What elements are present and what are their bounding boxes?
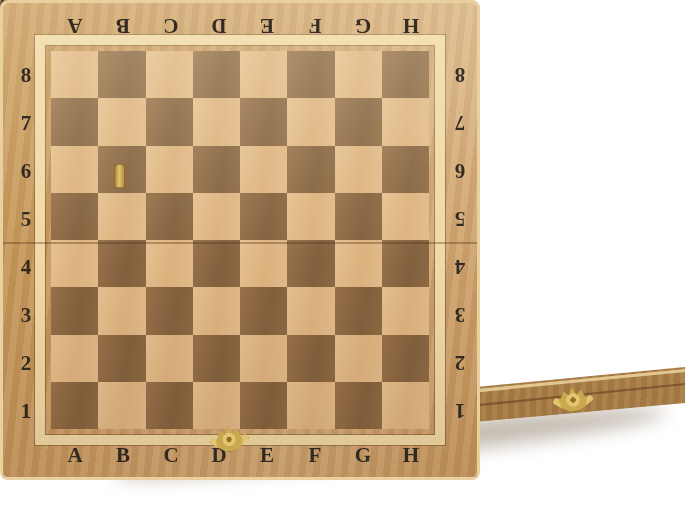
square-e1[interactable] xyxy=(240,382,287,429)
file-label-bottom-E: E xyxy=(247,444,287,466)
file-label-bottom-H: H xyxy=(391,444,431,466)
square-h4[interactable] xyxy=(382,240,429,287)
square-b4[interactable] xyxy=(98,240,145,287)
square-b3[interactable] xyxy=(98,287,145,334)
rank-label-right-5: 5 xyxy=(440,208,480,230)
square-c1[interactable] xyxy=(146,382,193,429)
square-g4[interactable] xyxy=(335,240,382,287)
square-f2[interactable] xyxy=(287,335,334,382)
square-e4[interactable] xyxy=(240,240,287,287)
square-f1[interactable] xyxy=(287,382,334,429)
square-h8[interactable] xyxy=(382,51,429,98)
square-d4[interactable] xyxy=(193,240,240,287)
square-g5[interactable] xyxy=(335,193,382,240)
file-label-top-D: D xyxy=(199,15,239,37)
square-f4[interactable] xyxy=(287,240,334,287)
square-d1[interactable] xyxy=(193,382,240,429)
square-h5[interactable] xyxy=(382,193,429,240)
square-e2[interactable] xyxy=(240,335,287,382)
file-label-bottom-F: F xyxy=(295,444,335,466)
file-label-bottom-A: A xyxy=(55,444,95,466)
square-g7[interactable] xyxy=(335,98,382,145)
square-c6[interactable] xyxy=(146,146,193,193)
file-label-top-C: C xyxy=(151,15,191,37)
square-a2[interactable] xyxy=(51,335,98,382)
square-f6[interactable] xyxy=(287,146,334,193)
square-c2[interactable] xyxy=(146,335,193,382)
square-g6[interactable] xyxy=(335,146,382,193)
square-g3[interactable] xyxy=(335,287,382,334)
square-a1[interactable] xyxy=(51,382,98,429)
rank-label-right-3: 3 xyxy=(440,304,480,326)
file-label-bottom-C: C xyxy=(151,444,191,466)
square-a4[interactable] xyxy=(51,240,98,287)
square-c4[interactable] xyxy=(146,240,193,287)
rank-label-right-2: 2 xyxy=(440,352,480,374)
file-label-top-H: H xyxy=(391,15,431,37)
file-label-top-F: F xyxy=(295,15,335,37)
square-a6[interactable] xyxy=(51,146,98,193)
square-c7[interactable] xyxy=(146,98,193,145)
square-h6[interactable] xyxy=(382,146,429,193)
file-label-top-B: B xyxy=(103,15,143,37)
square-g8[interactable] xyxy=(335,51,382,98)
square-b8[interactable] xyxy=(98,51,145,98)
rank-label-right-8: 8 xyxy=(440,64,480,86)
rank-label-right-1: 1 xyxy=(440,400,480,422)
square-f5[interactable] xyxy=(287,193,334,240)
square-h7[interactable] xyxy=(382,98,429,145)
file-label-top-A: A xyxy=(55,15,95,37)
file-label-bottom-B: B xyxy=(103,444,143,466)
board-grid xyxy=(51,51,429,429)
square-c8[interactable] xyxy=(146,51,193,98)
square-e7[interactable] xyxy=(240,98,287,145)
rank-label-right-4: 4 xyxy=(440,256,480,278)
square-c3[interactable] xyxy=(146,287,193,334)
square-e8[interactable] xyxy=(240,51,287,98)
square-h3[interactable] xyxy=(382,287,429,334)
rank-label-right-7: 7 xyxy=(440,112,480,134)
square-a8[interactable] xyxy=(51,51,98,98)
square-d8[interactable] xyxy=(193,51,240,98)
square-a5[interactable] xyxy=(51,193,98,240)
square-e6[interactable] xyxy=(240,146,287,193)
square-d6[interactable] xyxy=(193,146,240,193)
rank-label-right-6: 6 xyxy=(440,160,480,182)
square-f7[interactable] xyxy=(287,98,334,145)
square-b5[interactable] xyxy=(98,193,145,240)
file-label-bottom-G: G xyxy=(343,444,383,466)
chess-board: AABBCCDDEEFFGGHH8877665544332211 xyxy=(0,0,480,480)
square-f3[interactable] xyxy=(287,287,334,334)
file-label-top-E: E xyxy=(247,15,287,37)
fold-seam xyxy=(3,242,477,244)
square-d5[interactable] xyxy=(193,193,240,240)
square-a3[interactable] xyxy=(51,287,98,334)
chessboard-scene: AABBCCDDEEFFGGHH8877665544332211 ♜♞♝♛♚♝♞… xyxy=(0,0,700,512)
file-label-top-G: G xyxy=(343,15,383,37)
square-e3[interactable] xyxy=(240,287,287,334)
square-d2[interactable] xyxy=(193,335,240,382)
square-e5[interactable] xyxy=(240,193,287,240)
square-c5[interactable] xyxy=(146,193,193,240)
square-g2[interactable] xyxy=(335,335,382,382)
square-h2[interactable] xyxy=(382,335,429,382)
square-d3[interactable] xyxy=(193,287,240,334)
square-g1[interactable] xyxy=(335,382,382,429)
brass-hinge-icon xyxy=(114,164,125,188)
square-b7[interactable] xyxy=(98,98,145,145)
square-h1[interactable] xyxy=(382,382,429,429)
square-a7[interactable] xyxy=(51,98,98,145)
square-b2[interactable] xyxy=(98,335,145,382)
square-d7[interactable] xyxy=(193,98,240,145)
square-f8[interactable] xyxy=(287,51,334,98)
square-b1[interactable] xyxy=(98,382,145,429)
